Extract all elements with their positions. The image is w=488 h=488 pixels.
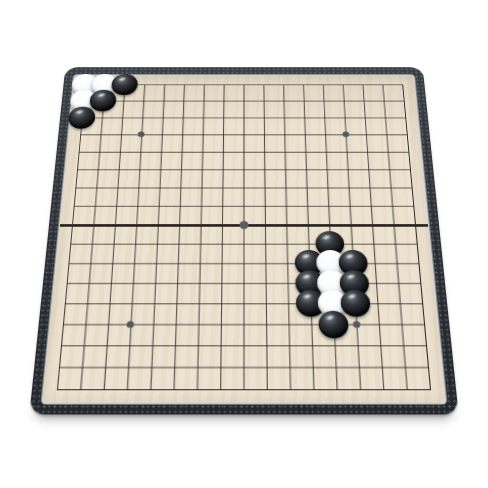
- intersection-r4-c1[interactable]: [80, 132, 101, 148]
- intersection-r6-c6[interactable]: [175, 165, 195, 182]
- intersection-r7-c6[interactable]: [174, 181, 194, 198]
- intersection-r7-c10[interactable]: [253, 181, 273, 198]
- intersection-r6-c1[interactable]: [77, 165, 98, 182]
- intersection-r13-c10[interactable]: [254, 289, 275, 308]
- intersection-r15-c16[interactable]: [381, 327, 404, 347]
- intersection-r3-c4[interactable]: [139, 116, 159, 132]
- intersection-r17-c1[interactable]: [58, 367, 81, 388]
- intersection-r5-c13[interactable]: [311, 148, 331, 164]
- intersection-r5-c1[interactable]: [78, 148, 99, 164]
- intersection-r14-c3[interactable]: [106, 308, 128, 327]
- intersection-r15-c17[interactable]: [402, 327, 425, 347]
- go-grid: [58, 85, 429, 388]
- intersection-r8-c11[interactable]: [273, 198, 293, 215]
- intersection-r17-c7[interactable]: [189, 367, 211, 388]
- intersection-r14-c17[interactable]: [401, 308, 424, 327]
- intersection-r13-c5[interactable]: [149, 289, 171, 308]
- intersection-r14-c7[interactable]: [191, 308, 212, 327]
- intersection-r4-c16[interactable]: [367, 132, 387, 148]
- intersection-r8-c9[interactable]: [234, 198, 254, 215]
- star-point: [239, 221, 248, 229]
- intersection-r8-c5[interactable]: [154, 198, 175, 215]
- intersection-r15-c8[interactable]: [211, 327, 232, 347]
- intersection-r1-c4[interactable]: [141, 85, 160, 100]
- intersection-r7-c2[interactable]: [95, 181, 116, 198]
- intersection-r3-c12[interactable]: [291, 116, 310, 132]
- intersection-r11-c5[interactable]: [151, 251, 172, 269]
- intersection-r5-c16[interactable]: [369, 148, 390, 164]
- intersection-r11-c17[interactable]: [396, 251, 418, 269]
- intersection-r16-c9[interactable]: [233, 347, 255, 367]
- intersection-r17-c3[interactable]: [102, 367, 125, 388]
- intersection-r3-c17[interactable]: [385, 116, 405, 132]
- intersection-r8-c14[interactable]: [332, 198, 353, 215]
- intersection-r16-c12[interactable]: [297, 347, 319, 367]
- intersection-r5-c12[interactable]: [292, 148, 312, 164]
- intersection-r7-c3[interactable]: [115, 181, 136, 198]
- intersection-r11-c10[interactable]: [254, 251, 275, 269]
- intersection-r8-c7[interactable]: [194, 198, 214, 215]
- intersection-r3-c7[interactable]: [196, 116, 215, 132]
- intersection-r13-c2[interactable]: [86, 289, 108, 308]
- intersection-r3-c9[interactable]: [234, 116, 253, 132]
- intersection-r6-c3[interactable]: [116, 165, 137, 182]
- intersection-r10-c7[interactable]: [193, 233, 214, 251]
- intersection-r7-c7[interactable]: [194, 181, 214, 198]
- intersection-r10-c4[interactable]: [132, 233, 153, 251]
- intersection-r15-c9[interactable]: [233, 327, 254, 347]
- intersection-r7-c16[interactable]: [371, 181, 392, 198]
- intersection-r8-c10[interactable]: [253, 198, 273, 215]
- intersection-r2-c10[interactable]: [253, 101, 272, 117]
- intersection-r2-c9[interactable]: [234, 101, 253, 117]
- intersection-r14-c8[interactable]: [212, 308, 233, 327]
- intersection-r1-c16[interactable]: [364, 85, 384, 100]
- intersection-r11-c1[interactable]: [69, 251, 91, 269]
- intersection-r3-c8[interactable]: [215, 116, 234, 132]
- intersection-r7-c12[interactable]: [292, 181, 312, 198]
- intersection-r1-c7[interactable]: [197, 85, 216, 100]
- intersection-r2-c15[interactable]: [347, 101, 367, 117]
- intersection-r12-c5[interactable]: [150, 270, 171, 289]
- intersection-r16-c5[interactable]: [146, 347, 168, 367]
- intersection-r15-c4[interactable]: [126, 327, 148, 347]
- intersection-r5-c2[interactable]: [98, 148, 119, 164]
- intersection-r1-c9[interactable]: [234, 85, 253, 100]
- intersection-r13-c3[interactable]: [107, 289, 129, 308]
- intersection-r11-c3[interactable]: [110, 251, 132, 269]
- intersection-r5-c14[interactable]: [330, 148, 350, 164]
- intersection-r5-c11[interactable]: [272, 148, 292, 164]
- intersection-r12-c10[interactable]: [254, 270, 275, 289]
- product-photo-canvas: [0, 0, 488, 488]
- intersection-r10-c15[interactable]: [354, 233, 375, 251]
- intersection-r11-c7[interactable]: [192, 251, 213, 269]
- intersection-r12-c7[interactable]: [192, 270, 213, 289]
- intersection-r13-c1[interactable]: [65, 289, 87, 308]
- intersection-r11-c6[interactable]: [172, 251, 193, 269]
- intersection-r8-c13[interactable]: [313, 198, 334, 215]
- intersection-r5-c3[interactable]: [117, 148, 137, 164]
- intersection-r3-c5[interactable]: [158, 116, 178, 132]
- intersection-r8-c1[interactable]: [74, 198, 95, 215]
- intersection-r10-c5[interactable]: [152, 233, 173, 251]
- intersection-r2-c3[interactable]: [121, 101, 141, 117]
- intersection-r3-c13[interactable]: [310, 116, 330, 132]
- intersection-r6-c16[interactable]: [370, 165, 391, 182]
- intersection-r3-c11[interactable]: [272, 116, 291, 132]
- intersection-r12-c3[interactable]: [109, 270, 131, 289]
- intersection-r1-c10[interactable]: [253, 85, 272, 100]
- intersection-r8-c6[interactable]: [174, 198, 194, 215]
- intersection-r6-c10[interactable]: [253, 165, 273, 182]
- intersection-r1-c17[interactable]: [383, 85, 403, 100]
- intersection-r8-c8[interactable]: [214, 198, 234, 215]
- intersection-r5-c7[interactable]: [195, 148, 215, 164]
- intersection-r1-c8[interactable]: [215, 85, 234, 100]
- intersection-r12-c2[interactable]: [88, 270, 110, 289]
- intersection-r4-c10[interactable]: [253, 132, 272, 148]
- intersection-r12-c4[interactable]: [129, 270, 151, 289]
- intersection-r10-c6[interactable]: [172, 233, 193, 251]
- intersection-r17-c11[interactable]: [276, 367, 298, 388]
- intersection-r10-c17[interactable]: [395, 233, 417, 251]
- intersection-r8-c15[interactable]: [352, 198, 373, 215]
- grid-lines: [57, 84, 431, 390]
- intersection-r16-c4[interactable]: [125, 347, 148, 367]
- intersection-r3-c14[interactable]: [329, 116, 349, 132]
- black-stone[interactable]: [318, 311, 349, 338]
- intersection-r15-c12[interactable]: [296, 327, 318, 347]
- intersection-r13-c11[interactable]: [275, 289, 296, 308]
- intersection-r10-c16[interactable]: [374, 233, 396, 251]
- intersection-r12-c9[interactable]: [233, 270, 254, 289]
- intersection-r13-c16[interactable]: [378, 289, 400, 308]
- intersection-r5-c9[interactable]: [234, 148, 253, 164]
- intersection-r4-c8[interactable]: [215, 132, 234, 148]
- intersection-r17-c10[interactable]: [254, 367, 276, 388]
- intersection-r16-c8[interactable]: [211, 347, 233, 367]
- board-surface: [43, 75, 446, 402]
- intersection-r17-c9[interactable]: [233, 367, 255, 388]
- intersection-r2-c5[interactable]: [158, 101, 177, 117]
- intersection-r6-c9[interactable]: [234, 165, 254, 182]
- intersection-r2-c8[interactable]: [215, 101, 234, 117]
- intersection-r11-c4[interactable]: [131, 251, 152, 269]
- intersection-r12-c16[interactable]: [377, 270, 399, 289]
- intersection-r17-c8[interactable]: [211, 367, 233, 388]
- intersection-r17-c15[interactable]: [362, 367, 385, 388]
- intersection-r2-c11[interactable]: [272, 101, 291, 117]
- intersection-r8-c3[interactable]: [114, 198, 135, 215]
- intersection-r6-c8[interactable]: [214, 165, 234, 182]
- intersection-r13-c9[interactable]: [233, 289, 254, 308]
- intersection-r4-c12[interactable]: [291, 132, 311, 148]
- intersection-r5-c8[interactable]: [214, 148, 234, 164]
- star-point: [352, 321, 360, 328]
- intersection-r1-c5[interactable]: [159, 85, 178, 100]
- intersection-r13-c7[interactable]: [191, 289, 212, 308]
- intersection-r7-c15[interactable]: [351, 181, 372, 198]
- intersection-r2-c4[interactable]: [140, 101, 160, 117]
- intersection-r17-c16[interactable]: [384, 367, 407, 388]
- intersection-r1-c13[interactable]: [309, 85, 328, 100]
- intersection-r8-c4[interactable]: [134, 198, 155, 215]
- intersection-r16-c15[interactable]: [361, 347, 384, 367]
- intersection-r6-c5[interactable]: [155, 165, 175, 182]
- intersection-r5-c4[interactable]: [137, 148, 157, 164]
- intersection-r17-c17[interactable]: [405, 367, 428, 388]
- intersection-r14-c2[interactable]: [85, 308, 108, 327]
- intersection-r2-c17[interactable]: [384, 101, 404, 117]
- intersection-r4-c2[interactable]: [99, 132, 119, 148]
- intersection-r10-c8[interactable]: [213, 233, 233, 251]
- intersection-r6-c15[interactable]: [350, 165, 371, 182]
- intersection-r10-c11[interactable]: [274, 233, 295, 251]
- intersection-r3-c16[interactable]: [366, 116, 386, 132]
- intersection-r14-c9[interactable]: [233, 308, 254, 327]
- intersection-r3-c10[interactable]: [253, 116, 272, 132]
- intersection-r12-c17[interactable]: [398, 270, 420, 289]
- intersection-r8-c2[interactable]: [94, 198, 115, 215]
- intersection-r10-c10[interactable]: [254, 233, 274, 251]
- intersection-r16-c17[interactable]: [404, 347, 427, 367]
- intersection-r4-c5[interactable]: [157, 132, 177, 148]
- intersection-r1-c11[interactable]: [271, 85, 290, 100]
- intersection-r10-c12[interactable]: [294, 233, 315, 251]
- intersection-r10-c2[interactable]: [91, 233, 113, 251]
- intersection-r16-c14[interactable]: [340, 347, 363, 367]
- intersection-r12-c8[interactable]: [212, 270, 233, 289]
- intersection-r14-c11[interactable]: [275, 308, 296, 327]
- intersection-r6-c11[interactable]: [273, 165, 293, 182]
- intersection-r7-c13[interactable]: [312, 181, 332, 198]
- intersection-r5-c17[interactable]: [388, 148, 409, 164]
- intersection-r5-c10[interactable]: [253, 148, 273, 164]
- intersection-r15-c5[interactable]: [147, 327, 169, 347]
- intersection-r16-c3[interactable]: [103, 347, 126, 367]
- intersection-r17-c4[interactable]: [124, 367, 147, 388]
- intersection-r11-c9[interactable]: [233, 251, 254, 269]
- intersection-r15-c1[interactable]: [62, 327, 85, 347]
- intersection-r7-c5[interactable]: [155, 181, 175, 198]
- intersection-r4-c13[interactable]: [310, 132, 330, 148]
- intersection-r16-c2[interactable]: [82, 347, 105, 367]
- intersection-r12-c1[interactable]: [67, 270, 89, 289]
- intersection-r16-c16[interactable]: [382, 347, 405, 367]
- intersection-r15-c7[interactable]: [190, 327, 212, 347]
- intersection-r13-c4[interactable]: [128, 289, 150, 308]
- intersection-r6-c7[interactable]: [195, 165, 215, 182]
- intersection-r11-c8[interactable]: [213, 251, 234, 269]
- intersection-r4-c15[interactable]: [348, 132, 368, 148]
- intersection-r8-c17[interactable]: [392, 198, 413, 215]
- intersection-r4-c3[interactable]: [118, 132, 138, 148]
- intersection-r16-c7[interactable]: [190, 347, 212, 367]
- intersection-r4-c17[interactable]: [387, 132, 408, 148]
- intersection-r10-c9[interactable]: [233, 233, 253, 251]
- intersection-r14-c1[interactable]: [64, 308, 87, 327]
- intersection-r14-c16[interactable]: [380, 308, 402, 327]
- intersection-r7-c14[interactable]: [332, 181, 353, 198]
- intersection-r7-c8[interactable]: [214, 181, 234, 198]
- intersection-r6-c12[interactable]: [292, 165, 312, 182]
- intersection-r4-c11[interactable]: [272, 132, 291, 148]
- intersection-r2-c14[interactable]: [328, 101, 348, 117]
- intersection-r1-c12[interactable]: [290, 85, 309, 100]
- intersection-r4-c9[interactable]: [234, 132, 253, 148]
- intersection-r3-c6[interactable]: [177, 116, 196, 132]
- intersection-r11-c2[interactable]: [89, 251, 111, 269]
- intersection-r7-c1[interactable]: [75, 181, 96, 198]
- intersection-r7-c9[interactable]: [234, 181, 254, 198]
- intersection-r6-c2[interactable]: [97, 165, 118, 182]
- intersection-r3-c2[interactable]: [101, 116, 121, 132]
- intersection-r2-c6[interactable]: [177, 101, 196, 117]
- intersection-r16-c10[interactable]: [254, 347, 276, 367]
- intersection-r15-c2[interactable]: [83, 327, 106, 347]
- intersection-r17-c5[interactable]: [145, 367, 168, 388]
- intersection-r14-c5[interactable]: [148, 308, 170, 327]
- intersection-r17-c14[interactable]: [341, 367, 364, 388]
- intersection-r6-c14[interactable]: [331, 165, 351, 182]
- intersection-r17-c2[interactable]: [80, 367, 103, 388]
- black-stone[interactable]: [340, 290, 371, 317]
- intersection-r2-c16[interactable]: [365, 101, 385, 117]
- intersection-r2-c12[interactable]: [290, 101, 309, 117]
- intersection-r17-c6[interactable]: [167, 367, 189, 388]
- intersection-r5-c6[interactable]: [176, 148, 196, 164]
- intersection-r15-c15[interactable]: [360, 327, 383, 347]
- board-frame: [29, 67, 458, 414]
- intersection-r10-c1[interactable]: [71, 233, 93, 251]
- intersection-r15-c11[interactable]: [275, 327, 297, 347]
- intersection-r15-c3[interactable]: [105, 327, 128, 347]
- intersection-r13-c8[interactable]: [212, 289, 233, 308]
- intersection-r16-c6[interactable]: [168, 347, 190, 367]
- intersection-r7-c4[interactable]: [135, 181, 156, 198]
- intersection-r17-c12[interactable]: [297, 367, 319, 388]
- intersection-r12-c6[interactable]: [171, 270, 192, 289]
- intersection-r2-c13[interactable]: [309, 101, 328, 117]
- intersection-r14-c10[interactable]: [254, 308, 275, 327]
- intersection-r13-c6[interactable]: [170, 289, 191, 308]
- intersection-r16-c1[interactable]: [60, 347, 83, 367]
- intersection-r3-c15[interactable]: [347, 116, 367, 132]
- star-point: [342, 132, 349, 138]
- intersection-r11-c11[interactable]: [274, 251, 295, 269]
- intersection-r6-c4[interactable]: [136, 165, 156, 182]
- intersection-r14-c6[interactable]: [169, 308, 191, 327]
- intersection-r6-c13[interactable]: [311, 165, 331, 182]
- intersection-r10-c3[interactable]: [111, 233, 132, 251]
- intersection-r1-c14[interactable]: [327, 85, 346, 100]
- intersection-r11-c16[interactable]: [376, 251, 398, 269]
- intersection-r7-c17[interactable]: [390, 181, 411, 198]
- intersection-r15-c10[interactable]: [254, 327, 275, 347]
- intersection-r16-c11[interactable]: [275, 347, 297, 367]
- intersection-r12-c11[interactable]: [274, 270, 295, 289]
- intersection-r5-c15[interactable]: [349, 148, 369, 164]
- intersection-r3-c3[interactable]: [120, 116, 140, 132]
- intersection-r4-c6[interactable]: [176, 132, 196, 148]
- intersection-r6-c17[interactable]: [389, 165, 410, 182]
- intersection-r16-c13[interactable]: [318, 347, 340, 367]
- intersection-r1-c15[interactable]: [346, 85, 366, 100]
- intersection-r2-c7[interactable]: [196, 101, 215, 117]
- intersection-r4-c7[interactable]: [195, 132, 215, 148]
- intersection-r17-c13[interactable]: [319, 367, 342, 388]
- intersection-r1-c6[interactable]: [178, 85, 197, 100]
- intersection-r7-c11[interactable]: [273, 181, 293, 198]
- intersection-r13-c17[interactable]: [399, 289, 421, 308]
- intersection-r8-c12[interactable]: [293, 198, 313, 215]
- intersection-r15-c6[interactable]: [169, 327, 191, 347]
- intersection-r5-c5[interactable]: [156, 148, 176, 164]
- intersection-r8-c16[interactable]: [372, 198, 393, 215]
